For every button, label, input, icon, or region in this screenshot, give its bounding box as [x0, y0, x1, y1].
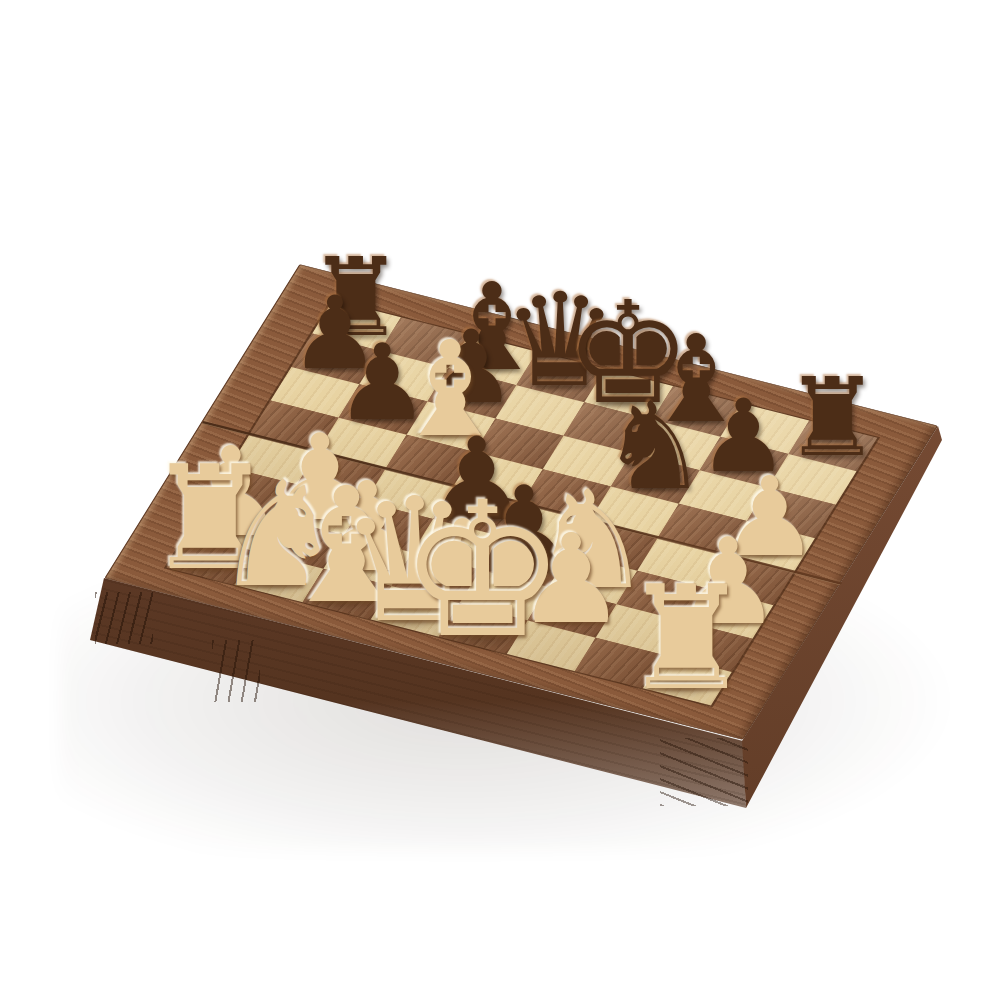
piece-white-pawn-f2: ♟ — [516, 517, 626, 640]
piece-black-pawn-d4: ♟ — [426, 424, 528, 538]
piece-contact-shadow-f8 — [661, 409, 724, 427]
piece-contact-shadow-d1 — [366, 605, 455, 631]
piece-contact-shadow-h1 — [645, 676, 720, 698]
piece-black-pawn-b6: ♟ — [335, 330, 429, 435]
piece-contact-shadow-f6 — [619, 476, 682, 494]
piece-white-knight-b1: ♞ — [213, 462, 344, 608]
product-photo-stage: ♜♝♛♚♝♜♟♟♟♟♞♟♟♝♟♟♞♟♟♟♟♜♞♝♛♚♜ — [0, 0, 1000, 1000]
piece-contact-shadow-d8 — [522, 374, 589, 393]
piece-contact-shadow-c2 — [331, 558, 395, 576]
piece-contact-shadow-b1 — [236, 572, 312, 594]
piece-black-pawn-g7: ♟ — [698, 387, 788, 488]
piece-contact-shadow-h5 — [737, 544, 794, 560]
piece-contact-shadow-a2 — [195, 523, 259, 541]
piece-contact-shadow-h8 — [800, 444, 856, 460]
piece-contact-shadow-c7 — [441, 392, 493, 407]
piece-white-bishop-c1: ♝ — [275, 467, 418, 627]
piece-white-knight-f3: ♞ — [531, 473, 653, 609]
piece-contact-shadow-e8 — [587, 390, 660, 411]
piece-contact-shadow-c1 — [301, 588, 384, 612]
piece-contact-shadow-a8 — [324, 323, 380, 339]
piece-contact-shadow-b3 — [285, 507, 347, 525]
piece-contact-shadow-f2 — [535, 609, 599, 627]
piece-contact-shadow-g7 — [713, 461, 765, 476]
piece-contact-shadow-a7 — [305, 357, 357, 372]
piece-black-pawn-a7: ♟ — [290, 283, 380, 384]
piece-contact-shadow-h3 — [693, 611, 755, 629]
piece-black-bishop-f8: ♝ — [642, 319, 750, 439]
piece-white-rook-a1: ♜ — [146, 446, 275, 590]
piece-contact-shadow-f3 — [553, 575, 624, 595]
piece-white-pawn-a2: ♟ — [176, 431, 286, 554]
piece-black-pawn-c7: ♟ — [426, 318, 516, 419]
piece-white-king-e1: ♚ — [399, 477, 567, 664]
piece-black-rook-h8: ♜ — [784, 364, 881, 472]
piece-contact-shadow-e1 — [430, 621, 527, 649]
piece-contact-shadow-c8 — [457, 357, 520, 375]
piece-white-rook-h1: ♜ — [622, 567, 751, 711]
piece-white-pawn-h3: ♟ — [675, 522, 781, 641]
piece-contact-shadow-b6 — [351, 408, 406, 424]
piece-black-king-e8: ♚ — [565, 283, 691, 424]
piece-white-pawn-c2: ♟ — [312, 465, 422, 588]
piece-black-rook-a8: ♜ — [307, 243, 404, 351]
piece-contact-shadow-d4 — [443, 509, 502, 526]
pieces-layer: ♜♝♛♚♝♜♟♟♟♟♞♟♟♝♟♟♞♟♟♟♟♜♞♝♛♚♜ — [0, 0, 1000, 1000]
piece-black-queen-d8: ♛ — [502, 277, 618, 406]
piece-contact-shadow-a1 — [169, 555, 244, 577]
piece-black-pawn-e3: ♟ — [471, 470, 577, 589]
piece-white-queen-d1: ♛ — [338, 474, 491, 645]
piece-contact-shadow-e3 — [489, 559, 551, 577]
piece-white-pawn-h5: ♟ — [721, 463, 819, 573]
piece-white-pawn-b3: ♟ — [267, 419, 373, 538]
piece-contact-shadow-c6 — [412, 423, 480, 443]
piece-black-bishop-c8: ♝ — [438, 267, 546, 387]
piece-black-knight-f6: ♞ — [601, 386, 709, 506]
piece-white-bishop-c6: ♝ — [391, 324, 509, 456]
